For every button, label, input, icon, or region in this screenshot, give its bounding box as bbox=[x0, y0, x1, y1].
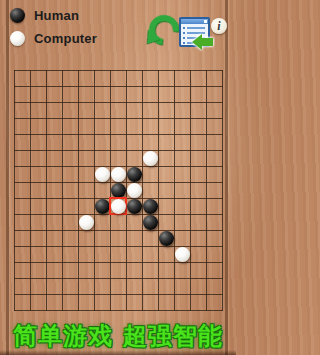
stone-black bbox=[143, 215, 158, 230]
stone-black bbox=[95, 199, 110, 214]
player-row-human: Human bbox=[10, 7, 79, 23]
stone-white bbox=[95, 167, 110, 182]
white-stone-icon bbox=[10, 31, 25, 46]
stone-black bbox=[143, 199, 158, 214]
info-button[interactable]: i bbox=[211, 18, 227, 34]
stone-white bbox=[127, 183, 142, 198]
promo-banner-text: 简单游戏 超强智能 bbox=[0, 320, 236, 352]
player-label-human: Human bbox=[34, 8, 79, 23]
stone-black bbox=[127, 167, 142, 182]
list-line bbox=[187, 27, 205, 29]
undo-button[interactable] bbox=[143, 13, 177, 46]
info-icon: i bbox=[211, 18, 227, 34]
green-left-arrow-icon bbox=[192, 34, 214, 50]
board[interactable] bbox=[14, 70, 223, 311]
stone-black bbox=[111, 183, 126, 198]
list-window-close-dot bbox=[204, 20, 207, 23]
stone-white bbox=[111, 167, 126, 182]
header: Human Computer i bbox=[0, 0, 236, 56]
stone-black bbox=[159, 231, 174, 246]
black-stone-icon bbox=[10, 8, 25, 23]
player-row-computer: Computer bbox=[10, 30, 97, 46]
list-bullet bbox=[183, 32, 185, 34]
moves-list-button[interactable] bbox=[178, 16, 214, 50]
list-bullet bbox=[183, 37, 185, 39]
stone-white bbox=[79, 215, 94, 230]
stone-black bbox=[127, 199, 142, 214]
stone-white bbox=[175, 247, 190, 262]
list-bullet bbox=[183, 42, 185, 44]
stone-white bbox=[143, 151, 158, 166]
player-label-computer: Computer bbox=[34, 31, 97, 46]
list-bullet bbox=[183, 27, 185, 29]
stone-white bbox=[111, 199, 126, 214]
app-root: { "game": "gomoku (five-in-a-row)", "pla… bbox=[0, 0, 236, 355]
